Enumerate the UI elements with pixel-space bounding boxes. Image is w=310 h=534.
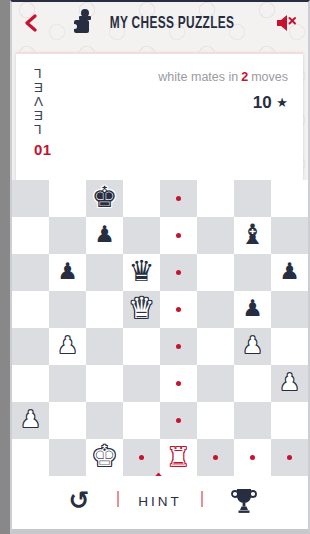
square-h7[interactable] xyxy=(271,217,308,254)
square-f2[interactable] xyxy=(197,402,234,439)
square-g5[interactable]: ♟ xyxy=(234,291,271,328)
legal-move-dot[interactable] xyxy=(176,381,181,386)
square-f7[interactable] xyxy=(197,217,234,254)
square-g4[interactable]: ♟ xyxy=(234,328,271,365)
separator xyxy=(201,491,203,507)
black-bishop[interactable]: ♝ xyxy=(240,221,265,249)
level-label-char: E xyxy=(34,108,43,122)
puzzle-goal-text: white mates in2moves xyxy=(158,70,288,84)
legal-move-dot[interactable] xyxy=(250,455,255,460)
level-number: 01 xyxy=(34,141,56,158)
puzzle-info: white mates in2moves 10 ★ xyxy=(158,70,288,113)
square-h8[interactable] xyxy=(271,180,308,217)
white-pawn[interactable]: ♟ xyxy=(57,334,78,357)
level-label-char: E xyxy=(34,80,43,94)
black-queen[interactable]: ♛ xyxy=(129,257,155,286)
white-queen[interactable]: ♛ xyxy=(129,294,155,323)
pawn-puzzle-logo-icon xyxy=(72,9,91,35)
legal-move-dot[interactable] xyxy=(176,418,181,423)
black-king[interactable]: ♚ xyxy=(92,183,118,212)
square-d8[interactable] xyxy=(123,180,160,217)
square-c3[interactable] xyxy=(86,365,123,402)
square-a8[interactable] xyxy=(12,180,49,217)
black-pawn[interactable]: ♟ xyxy=(242,297,263,320)
chess-board: ♚♟♝♟♛♟♛♟♟♟♟♟♚♜ xyxy=(12,180,308,476)
legal-move-dot[interactable] xyxy=(176,233,181,238)
square-h1[interactable] xyxy=(271,439,308,476)
square-a6[interactable] xyxy=(12,254,49,291)
square-e4[interactable] xyxy=(160,328,197,365)
header: MY CHESS PUZZLES xyxy=(12,2,308,44)
square-g8[interactable] xyxy=(234,180,271,217)
square-b5[interactable] xyxy=(49,291,86,328)
square-e2[interactable] xyxy=(160,402,197,439)
square-g2[interactable] xyxy=(234,402,271,439)
score-value: 10 xyxy=(253,93,272,112)
square-a2[interactable]: ♟ xyxy=(12,402,49,439)
level-label-vertical: LEVEL xyxy=(34,66,56,136)
square-g1[interactable] xyxy=(234,439,271,476)
square-c7[interactable]: ♟ xyxy=(86,217,123,254)
square-h5[interactable] xyxy=(271,291,308,328)
square-e3[interactable] xyxy=(160,365,197,402)
square-a1[interactable] xyxy=(12,439,49,476)
square-g6[interactable] xyxy=(234,254,271,291)
square-d2[interactable] xyxy=(123,402,160,439)
level-label-char: L xyxy=(34,122,42,136)
square-d6[interactable]: ♛ xyxy=(123,254,160,291)
square-c1[interactable]: ♚ xyxy=(86,439,123,476)
square-e6[interactable] xyxy=(160,254,197,291)
footer-toolbar: ↺ HINT xyxy=(12,476,308,529)
square-e8[interactable] xyxy=(160,180,197,217)
black-pawn[interactable]: ♟ xyxy=(94,223,115,246)
square-d1[interactable] xyxy=(123,439,160,476)
white-king[interactable]: ♚ xyxy=(92,442,118,471)
square-f4[interactable] xyxy=(197,328,234,365)
legal-move-dot[interactable] xyxy=(176,196,181,201)
square-f3[interactable] xyxy=(197,365,234,402)
legal-move-dot[interactable] xyxy=(176,270,181,275)
square-g7[interactable]: ♝ xyxy=(234,217,271,254)
level-card: LEVEL 01 white mates in2moves 10 ★ xyxy=(16,52,303,180)
black-pawn[interactable]: ♟ xyxy=(57,260,78,283)
square-f1[interactable] xyxy=(197,439,234,476)
square-b7[interactable] xyxy=(49,217,86,254)
square-f6[interactable] xyxy=(197,254,234,291)
legal-move-dot[interactable] xyxy=(213,455,218,460)
square-c8[interactable]: ♚ xyxy=(86,180,123,217)
square-d7[interactable] xyxy=(123,217,160,254)
hint-button[interactable]: HINT xyxy=(120,489,200,515)
app-title: MY CHESS PUZZLES xyxy=(110,14,235,31)
square-c5[interactable] xyxy=(86,291,123,328)
black-pawn[interactable]: ♟ xyxy=(279,260,300,283)
square-b2[interactable] xyxy=(49,402,86,439)
square-c2[interactable] xyxy=(86,402,123,439)
separator xyxy=(117,491,119,507)
star-icon: ★ xyxy=(276,95,288,110)
square-f5[interactable] xyxy=(197,291,234,328)
score-line: 10 ★ xyxy=(158,93,288,113)
legal-move-dot[interactable] xyxy=(287,455,292,460)
moves-count: 2 xyxy=(241,70,248,84)
square-c6[interactable] xyxy=(86,254,123,291)
white-pawn[interactable]: ♟ xyxy=(20,408,41,431)
trophy-button[interactable] xyxy=(231,487,257,515)
square-e5[interactable] xyxy=(160,291,197,328)
legal-move-dot[interactable] xyxy=(176,344,181,349)
square-e1[interactable]: ♜ xyxy=(160,439,197,476)
square-h6[interactable]: ♟ xyxy=(271,254,308,291)
square-a4[interactable] xyxy=(12,328,49,365)
level-label-char: L xyxy=(34,66,42,80)
restart-button[interactable]: ↺ xyxy=(64,485,94,517)
speaker-muted-icon[interactable] xyxy=(276,13,298,33)
square-b1[interactable] xyxy=(49,439,86,476)
white-pawn[interactable]: ♟ xyxy=(279,371,300,394)
square-a3[interactable] xyxy=(12,365,49,402)
level-block: LEVEL 01 xyxy=(34,66,56,158)
square-f8[interactable] xyxy=(197,180,234,217)
square-d3[interactable] xyxy=(123,365,160,402)
level-label-char: V xyxy=(34,94,43,108)
square-b3[interactable] xyxy=(49,365,86,402)
square-b8[interactable] xyxy=(49,180,86,217)
app-screen: MY CHESS PUZZLES LEVEL 01 white mates in… xyxy=(10,0,310,534)
square-c4[interactable] xyxy=(86,328,123,365)
square-b6[interactable]: ♟ xyxy=(49,254,86,291)
legal-move-dot[interactable] xyxy=(139,455,144,460)
square-h3[interactable]: ♟ xyxy=(271,365,308,402)
square-d5[interactable]: ♛ xyxy=(123,291,160,328)
square-d4[interactable] xyxy=(123,328,160,365)
square-a7[interactable] xyxy=(12,217,49,254)
square-b4[interactable]: ♟ xyxy=(49,328,86,365)
square-e7[interactable] xyxy=(160,217,197,254)
legal-move-dot[interactable] xyxy=(176,307,181,312)
square-h2[interactable] xyxy=(271,402,308,439)
title-group: MY CHESS PUZZLES xyxy=(12,2,308,44)
white-rook-selected[interactable]: ♜ xyxy=(167,444,190,470)
square-a5[interactable] xyxy=(12,291,49,328)
square-h4[interactable] xyxy=(271,328,308,365)
white-pawn[interactable]: ♟ xyxy=(242,334,263,357)
square-g3[interactable] xyxy=(234,365,271,402)
